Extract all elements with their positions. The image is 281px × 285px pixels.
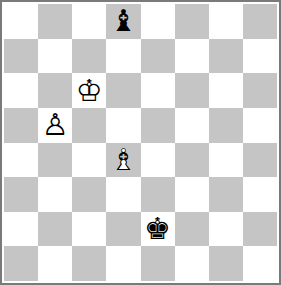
square-f5[interactable] bbox=[175, 108, 209, 143]
white-king-icon: ♔ bbox=[72, 73, 106, 108]
square-f2[interactable] bbox=[175, 212, 209, 247]
square-h4[interactable] bbox=[243, 143, 277, 178]
square-c7[interactable] bbox=[72, 39, 106, 74]
square-a3[interactable] bbox=[4, 177, 38, 212]
square-a4[interactable] bbox=[4, 143, 38, 178]
chess-board: ♝♚♔♟♙♝♗♚ bbox=[0, 0, 281, 285]
square-b5[interactable]: ♟♙ bbox=[38, 108, 72, 143]
square-b6[interactable] bbox=[38, 73, 72, 108]
square-a8[interactable] bbox=[4, 4, 38, 39]
square-e6[interactable] bbox=[141, 73, 175, 108]
square-g1[interactable] bbox=[209, 246, 243, 281]
square-g2[interactable] bbox=[209, 212, 243, 247]
square-h6[interactable] bbox=[243, 73, 277, 108]
square-a5[interactable] bbox=[4, 108, 38, 143]
square-a6[interactable] bbox=[4, 73, 38, 108]
piece-white-pawn[interactable]: ♟♙ bbox=[38, 108, 72, 143]
square-h8[interactable] bbox=[243, 4, 277, 39]
square-d4[interactable]: ♝♗ bbox=[106, 143, 140, 178]
square-f7[interactable] bbox=[175, 39, 209, 74]
square-e1[interactable] bbox=[141, 246, 175, 281]
square-d7[interactable] bbox=[106, 39, 140, 74]
square-g5[interactable] bbox=[209, 108, 243, 143]
square-h3[interactable] bbox=[243, 177, 277, 212]
black-bishop-icon: ♝ bbox=[106, 4, 140, 39]
square-h5[interactable] bbox=[243, 108, 277, 143]
square-h7[interactable] bbox=[243, 39, 277, 74]
white-pawn-icon: ♙ bbox=[38, 108, 72, 143]
square-h2[interactable] bbox=[243, 212, 277, 247]
square-d8[interactable]: ♝ bbox=[106, 4, 140, 39]
square-b8[interactable] bbox=[38, 4, 72, 39]
square-c1[interactable] bbox=[72, 246, 106, 281]
square-c5[interactable] bbox=[72, 108, 106, 143]
square-c3[interactable] bbox=[72, 177, 106, 212]
square-c2[interactable] bbox=[72, 212, 106, 247]
square-f1[interactable] bbox=[175, 246, 209, 281]
square-b4[interactable] bbox=[38, 143, 72, 178]
square-e4[interactable] bbox=[141, 143, 175, 178]
square-e8[interactable] bbox=[141, 4, 175, 39]
square-g8[interactable] bbox=[209, 4, 243, 39]
square-d2[interactable] bbox=[106, 212, 140, 247]
square-e2[interactable]: ♚ bbox=[141, 212, 175, 247]
square-f6[interactable] bbox=[175, 73, 209, 108]
square-h1[interactable] bbox=[243, 246, 277, 281]
square-e5[interactable] bbox=[141, 108, 175, 143]
square-b1[interactable] bbox=[38, 246, 72, 281]
square-d3[interactable] bbox=[106, 177, 140, 212]
square-e3[interactable] bbox=[141, 177, 175, 212]
square-b2[interactable] bbox=[38, 212, 72, 247]
square-g3[interactable] bbox=[209, 177, 243, 212]
square-a1[interactable] bbox=[4, 246, 38, 281]
square-e7[interactable] bbox=[141, 39, 175, 74]
chess-board-grid: ♝♚♔♟♙♝♗♚ bbox=[4, 4, 277, 281]
square-d1[interactable] bbox=[106, 246, 140, 281]
square-a7[interactable] bbox=[4, 39, 38, 74]
square-g6[interactable] bbox=[209, 73, 243, 108]
piece-black-bishop[interactable]: ♝ bbox=[106, 4, 140, 39]
square-f4[interactable] bbox=[175, 143, 209, 178]
square-f3[interactable] bbox=[175, 177, 209, 212]
square-b3[interactable] bbox=[38, 177, 72, 212]
square-d6[interactable] bbox=[106, 73, 140, 108]
square-c4[interactable] bbox=[72, 143, 106, 178]
piece-white-bishop[interactable]: ♝♗ bbox=[106, 143, 140, 178]
black-king-icon: ♚ bbox=[141, 212, 175, 247]
square-g7[interactable] bbox=[209, 39, 243, 74]
square-g4[interactable] bbox=[209, 143, 243, 178]
square-c8[interactable] bbox=[72, 4, 106, 39]
piece-black-king[interactable]: ♚ bbox=[141, 212, 175, 247]
square-c6[interactable]: ♚♔ bbox=[72, 73, 106, 108]
square-f8[interactable] bbox=[175, 4, 209, 39]
square-d5[interactable] bbox=[106, 108, 140, 143]
square-b7[interactable] bbox=[38, 39, 72, 74]
piece-white-king[interactable]: ♚♔ bbox=[72, 73, 106, 108]
white-bishop-icon: ♗ bbox=[106, 143, 140, 178]
square-a2[interactable] bbox=[4, 212, 38, 247]
